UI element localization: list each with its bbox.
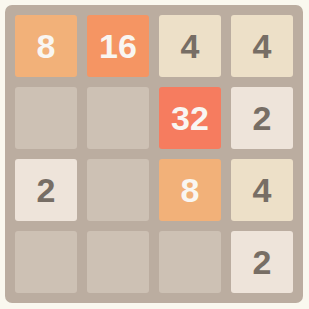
tile-2-r3c1: 2 — [15, 159, 77, 221]
empty-cell-r4c1 — [15, 231, 77, 293]
tile-16-r1c2: 16 — [87, 15, 149, 77]
tile-2-r2c4: 2 — [231, 87, 293, 149]
empty-cell-r2c2 — [87, 87, 149, 149]
tile-4-r1c3: 4 — [159, 15, 221, 77]
tile-8-r1c1: 8 — [15, 15, 77, 77]
tile-2-r4c4: 2 — [231, 231, 293, 293]
tile-4-r3c4: 4 — [231, 159, 293, 221]
empty-cell-r4c2 — [87, 231, 149, 293]
empty-cell-r4c3 — [159, 231, 221, 293]
page-background: 816443222842 — [0, 0, 309, 309]
tile-8-r3c3: 8 — [159, 159, 221, 221]
empty-cell-r2c1 — [15, 87, 77, 149]
tile-4-r1c4: 4 — [231, 15, 293, 77]
empty-cell-r3c2 — [87, 159, 149, 221]
tile-32-r2c3: 32 — [159, 87, 221, 149]
game-board-2048[interactable]: 816443222842 — [5, 5, 303, 303]
